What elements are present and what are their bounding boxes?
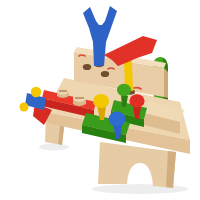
floor-shadow-left [39, 144, 69, 151]
wood-bolt-2 [73, 94, 86, 106]
rail-hole-2 [101, 71, 109, 77]
green-peg-cap [117, 84, 131, 96]
rail-end-edge [164, 68, 168, 98]
floor-shadow-right [92, 184, 188, 194]
rail-hole-1 [83, 64, 91, 70]
workbench-scene [0, 0, 200, 200]
wood-bolt-1 [57, 87, 69, 98]
toy-workbench-photo [0, 0, 200, 200]
red-peg-cap [129, 94, 144, 108]
blue-peg-cap [109, 112, 126, 127]
yellow-peg-cap [93, 94, 109, 108]
clamp-knob-1 [31, 87, 41, 97]
clamp-knob-2 [20, 103, 29, 112]
